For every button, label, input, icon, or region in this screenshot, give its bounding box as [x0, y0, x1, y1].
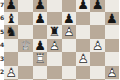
piece-white-pawn-f3: ♟♙	[76, 52, 90, 66]
piece-black-bishop-a6: ♝	[4, 12, 18, 26]
square-b5[interactable]	[18, 25, 32, 39]
square-g6[interactable]	[90, 12, 104, 26]
square-c6[interactable]: ♟	[33, 12, 47, 26]
square-e6[interactable]: ♟	[62, 12, 76, 26]
square-b4[interactable]: ♛♕	[18, 39, 32, 53]
piece-black-pawn-c4: ♟	[33, 39, 47, 53]
square-d4[interactable]: ♟♙	[47, 39, 61, 53]
square-d1[interactable]	[47, 79, 61, 80]
square-h6[interactable]: ♟	[105, 12, 119, 26]
square-c2[interactable]	[33, 66, 47, 80]
square-a6[interactable]: ♝	[4, 12, 18, 26]
square-e4[interactable]	[62, 39, 76, 53]
piece-black-pawn-f7: ♟	[76, 0, 90, 12]
square-g7[interactable]: ♟	[90, 0, 104, 12]
square-a1[interactable]	[4, 79, 18, 80]
square-a7[interactable]: ♟	[4, 0, 18, 12]
piece-white-pawn-g4: ♟♙	[90, 39, 104, 53]
piece-black-rook-d5: ♜	[47, 25, 61, 39]
square-f7[interactable]: ♟	[76, 0, 90, 12]
square-h1[interactable]	[105, 79, 119, 80]
piece-black-pawn-e6: ♟	[62, 12, 76, 26]
square-g3[interactable]	[90, 52, 104, 66]
square-b3[interactable]	[18, 52, 32, 66]
square-a5[interactable]: ♞	[4, 25, 18, 39]
chess-board: ♟♟♟♟♝♟♟♟♞♜♟♙♛♕♟♟♙♟♙♜♖♟♙♟♙♟♙	[4, 0, 119, 80]
square-c5[interactable]	[33, 25, 47, 39]
piece-white-queen-b4: ♛♕	[18, 39, 32, 53]
piece-white-pawn-a2: ♟♙	[4, 66, 18, 80]
square-f2[interactable]	[76, 66, 90, 80]
square-a2[interactable]: ♟♙	[4, 66, 18, 80]
piece-white-pawn-e5: ♟♙	[62, 25, 76, 39]
square-e7[interactable]	[62, 0, 76, 12]
piece-black-pawn-h6: ♟	[105, 12, 119, 26]
square-f3[interactable]: ♟♙	[76, 52, 90, 66]
square-g2[interactable]	[90, 66, 104, 80]
rank-label-5: 5	[0, 29, 4, 35]
piece-black-pawn-g7: ♟	[90, 0, 104, 12]
piece-black-pawn-a7: ♟	[4, 0, 18, 12]
square-h4[interactable]	[105, 39, 119, 53]
square-e2[interactable]	[62, 66, 76, 80]
square-g1[interactable]	[90, 79, 104, 80]
piece-black-knight-a5: ♞	[4, 25, 18, 39]
square-b6[interactable]	[18, 12, 32, 26]
rank-label-4: 4	[0, 42, 4, 48]
square-b2[interactable]	[18, 66, 32, 80]
square-f6[interactable]	[76, 12, 90, 26]
square-h5[interactable]	[105, 25, 119, 39]
piece-white-pawn-h2: ♟♙	[105, 66, 119, 80]
square-b7[interactable]	[18, 0, 32, 12]
square-d3[interactable]	[47, 52, 61, 66]
square-d7[interactable]	[47, 0, 61, 12]
square-f5[interactable]	[76, 25, 90, 39]
piece-white-rook-c3: ♜♖	[33, 52, 47, 66]
square-d2[interactable]	[47, 66, 61, 80]
square-e1[interactable]	[62, 79, 76, 80]
square-a4[interactable]	[4, 39, 18, 53]
square-h2[interactable]: ♟♙	[105, 66, 119, 80]
rank-label-7: 7	[0, 2, 4, 8]
square-e3[interactable]	[62, 52, 76, 66]
square-h7[interactable]	[105, 0, 119, 12]
square-e5[interactable]: ♟♙	[62, 25, 76, 39]
square-f4[interactable]	[76, 39, 90, 53]
square-c1[interactable]	[33, 79, 47, 80]
piece-black-pawn-c6: ♟	[33, 12, 47, 26]
square-d5[interactable]: ♜	[47, 25, 61, 39]
rank-label-6: 6	[0, 15, 4, 21]
piece-black-pawn-c7: ♟	[33, 0, 47, 12]
square-c4[interactable]: ♟	[33, 39, 47, 53]
piece-white-pawn-d4: ♟♙	[47, 39, 61, 53]
square-c7[interactable]: ♟	[33, 0, 47, 12]
square-a3[interactable]	[4, 52, 18, 66]
square-h3[interactable]	[105, 52, 119, 66]
square-f1[interactable]	[76, 79, 90, 80]
rank-label-3: 3	[0, 56, 4, 62]
square-d6[interactable]	[47, 12, 61, 26]
square-g5[interactable]	[90, 25, 104, 39]
rank-label-2: 2	[0, 69, 4, 75]
square-c3[interactable]: ♜♖	[33, 52, 47, 66]
square-g4[interactable]: ♟♙	[90, 39, 104, 53]
square-b1[interactable]	[18, 79, 32, 80]
